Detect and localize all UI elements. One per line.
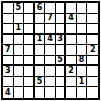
sudoku-cell-r2c5[interactable]: 7 — [45, 14, 56, 25]
sudoku-cell-r7c5[interactable] — [45, 66, 56, 77]
sudoku-cell-r1c3[interactable] — [24, 3, 35, 14]
sudoku-cell-r7c8[interactable] — [77, 66, 88, 77]
sudoku-cell-r4c3[interactable] — [24, 35, 35, 46]
sudoku-cell-r3c9[interactable] — [87, 24, 98, 35]
sudoku-cell-r2c1[interactable] — [3, 14, 14, 25]
sudoku-cell-r4c2[interactable] — [14, 35, 25, 46]
sudoku-cell-r4c1[interactable] — [3, 35, 14, 46]
sudoku-cell-r8c7[interactable] — [66, 77, 77, 88]
sudoku-cell-r7c1[interactable]: 3 — [3, 66, 14, 77]
sudoku-cell-r1c8[interactable] — [77, 3, 88, 14]
sudoku-cell-r5c2[interactable] — [14, 45, 25, 56]
sudoku-cell-r1c5[interactable] — [45, 3, 56, 14]
sudoku-cell-r6c5[interactable] — [45, 56, 56, 67]
sudoku-cell-r4c4[interactable]: 1 — [35, 35, 46, 46]
sudoku-cell-r3c3[interactable] — [24, 24, 35, 35]
sudoku-cell-r2c9[interactable] — [87, 14, 98, 25]
sudoku-cell-r4c5[interactable]: 4 — [45, 35, 56, 46]
sudoku-cell-r5c4[interactable] — [35, 45, 46, 56]
sudoku-cell-r2c8[interactable] — [77, 14, 88, 25]
sudoku-cell-r5c3[interactable] — [24, 45, 35, 56]
sudoku-cell-r7c6[interactable] — [56, 66, 67, 77]
sudoku-cell-r9c4[interactable] — [35, 87, 46, 98]
sudoku-cell-r6c3[interactable] — [24, 56, 35, 67]
sudoku-cell-r9c2[interactable] — [14, 87, 25, 98]
sudoku-cell-r2c4[interactable] — [35, 14, 46, 25]
sudoku-cell-r8c4[interactable]: 5 — [35, 77, 46, 88]
sudoku-cell-r1c9[interactable] — [87, 3, 98, 14]
sudoku-cell-r6c1[interactable] — [3, 56, 14, 67]
sudoku-cell-r9c9[interactable] — [87, 87, 98, 98]
sudoku-cell-r7c7[interactable]: 2 — [66, 66, 77, 77]
sudoku-cell-r8c6[interactable] — [56, 77, 67, 88]
sudoku-cell-r7c9[interactable] — [87, 66, 98, 77]
sudoku-cell-r5c7[interactable] — [66, 45, 77, 56]
sudoku-cell-r1c7[interactable] — [66, 3, 77, 14]
sudoku-cell-r6c8[interactable]: 8 — [77, 56, 88, 67]
sudoku-cell-r3c1[interactable] — [3, 24, 14, 35]
sudoku-cell-r7c4[interactable] — [35, 66, 46, 77]
sudoku-cell-r5c5[interactable] — [45, 45, 56, 56]
sudoku-cell-r8c9[interactable] — [87, 77, 98, 88]
sudoku-cell-r1c1[interactable] — [3, 3, 14, 14]
sudoku-cell-r7c2[interactable] — [14, 66, 25, 77]
sudoku-cell-r2c7[interactable]: 4 — [66, 14, 77, 25]
sudoku-cell-r3c2[interactable]: 1 — [14, 24, 25, 35]
sudoku-cell-r9c1[interactable]: 4 — [3, 87, 14, 98]
sudoku-cell-r6c4[interactable] — [35, 56, 46, 67]
sudoku-cell-r4c7[interactable] — [66, 35, 77, 46]
sudoku-cell-r4c9[interactable] — [87, 35, 98, 46]
sudoku-cell-r9c8[interactable] — [77, 87, 88, 98]
sudoku-cell-r3c5[interactable] — [45, 24, 56, 35]
sudoku-cell-r8c1[interactable] — [3, 77, 14, 88]
sudoku-board: 56741143725832514 — [1, 1, 100, 100]
sudoku-cell-r4c8[interactable] — [77, 35, 88, 46]
sudoku-cell-r3c8[interactable] — [77, 24, 88, 35]
sudoku-cell-r8c3[interactable] — [24, 77, 35, 88]
sudoku-cell-r2c3[interactable] — [24, 14, 35, 25]
sudoku-cell-r9c6[interactable] — [56, 87, 67, 98]
sudoku-cell-r1c6[interactable] — [56, 3, 67, 14]
sudoku-cell-r8c8[interactable]: 1 — [77, 77, 88, 88]
sudoku-cell-r9c7[interactable] — [66, 87, 77, 98]
sudoku-cell-r8c5[interactable] — [45, 77, 56, 88]
sudoku-cell-r3c6[interactable] — [56, 24, 67, 35]
sudoku-cell-r6c2[interactable] — [14, 56, 25, 67]
sudoku-cell-r4c6[interactable]: 3 — [56, 35, 67, 46]
sudoku-cell-r1c2[interactable]: 5 — [14, 3, 25, 14]
sudoku-cell-r2c6[interactable] — [56, 14, 67, 25]
sudoku-cell-r6c6[interactable]: 5 — [56, 56, 67, 67]
sudoku-cell-r1c4[interactable]: 6 — [35, 3, 46, 14]
sudoku-cell-r5c1[interactable]: 7 — [3, 45, 14, 56]
sudoku-cell-r7c3[interactable] — [24, 66, 35, 77]
sudoku-cell-r8c2[interactable] — [14, 77, 25, 88]
sudoku-cell-r3c4[interactable] — [35, 24, 46, 35]
sudoku-cell-r3c7[interactable] — [66, 24, 77, 35]
sudoku-cell-r5c9[interactable]: 2 — [87, 45, 98, 56]
sudoku-cell-r6c9[interactable] — [87, 56, 98, 67]
sudoku-cell-r9c3[interactable] — [24, 87, 35, 98]
sudoku-cell-r6c7[interactable] — [66, 56, 77, 67]
sudoku-cell-r9c5[interactable] — [45, 87, 56, 98]
